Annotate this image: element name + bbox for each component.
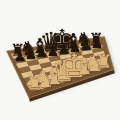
chess-board: ♜♞♝♛♚♝♞♜♟♟♟♟♟♟♟♟♟♟♟♟♟♟♟♟♜♞♝♛♚♝♞♜ [0,0,120,120]
piece-white-rook: ♜ [95,51,112,72]
piece-black-pawn: ♟ [90,35,103,51]
chess-set-photo: ♜♞♝♛♚♝♞♜♟♟♟♟♟♟♟♟♟♟♟♟♟♟♟♟♜♞♝♛♚♝♞♜ [0,0,120,120]
